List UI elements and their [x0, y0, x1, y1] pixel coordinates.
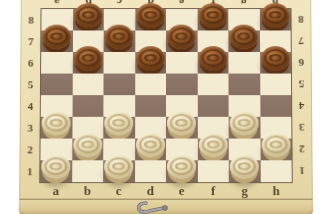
piece-light-e3[interactable]: ⛀ [167, 111, 196, 136]
square-c1[interactable]: ⛀ [103, 160, 134, 182]
rank-label: 1 [21, 160, 38, 182]
rank-label: 3 [293, 117, 310, 139]
file-label: b [72, 183, 104, 198]
piece-light-a1[interactable]: ⛀ [42, 154, 71, 179]
rank-label: 4 [293, 95, 310, 117]
square-f2[interactable]: ⛀ [197, 139, 228, 161]
square-a7[interactable]: ⛂ [41, 30, 72, 52]
square-b8[interactable]: ⛂ [73, 9, 104, 30]
rank-label: 5 [22, 74, 39, 96]
file-label: g [228, 0, 259, 7]
rank-label: 4 [22, 95, 39, 117]
square-d4[interactable] [135, 95, 166, 117]
piece-light-f2[interactable]: ⛀ [199, 133, 228, 158]
file-label: a [40, 183, 72, 198]
square-f4[interactable] [197, 95, 228, 117]
piece-dark-b6[interactable]: ⛂ [74, 46, 103, 70]
rank-label: 2 [293, 139, 310, 161]
file-label: h [260, 183, 292, 198]
rank-label: 7 [22, 30, 39, 52]
file-label: e [166, 0, 197, 7]
square-e5[interactable] [166, 74, 197, 96]
rank-label: 3 [22, 117, 39, 139]
square-a3[interactable]: ⛀ [41, 117, 72, 139]
piece-dark-e7[interactable]: ⛂ [167, 25, 196, 49]
piece-light-h2[interactable]: ⛀ [261, 133, 290, 158]
piece-dark-h6[interactable]: ⛂ [261, 46, 290, 70]
piece-dark-c7[interactable]: ⛂ [105, 25, 134, 49]
square-e1[interactable]: ⛀ [166, 160, 197, 182]
square-a5[interactable] [41, 74, 72, 96]
square-a6[interactable] [41, 52, 72, 74]
square-f1[interactable] [197, 160, 228, 182]
square-f8[interactable]: ⛂ [197, 9, 228, 30]
square-b4[interactable] [72, 95, 103, 117]
clasp-hook-icon [137, 201, 177, 214]
file-label: a [42, 0, 73, 7]
square-d5[interactable] [135, 74, 166, 96]
square-f5[interactable] [197, 74, 228, 96]
file-label: d [135, 183, 166, 198]
file-label: c [104, 0, 135, 7]
piece-dark-b8[interactable]: ⛂ [74, 3, 103, 27]
file-label: f [197, 183, 228, 198]
rank-label: 2 [21, 139, 38, 161]
square-h6[interactable]: ⛂ [260, 52, 291, 74]
piece-dark-g7[interactable]: ⛂ [230, 25, 259, 49]
square-c3[interactable]: ⛀ [103, 117, 134, 139]
rank-labels-left: 87654321 [21, 9, 39, 182]
piece-light-g1[interactable]: ⛀ [230, 154, 259, 179]
square-b1[interactable] [72, 160, 104, 182]
square-h4[interactable] [260, 95, 291, 117]
piece-light-d2[interactable]: ⛀ [136, 133, 165, 158]
file-label: e [166, 183, 197, 198]
rank-label: 6 [22, 52, 39, 74]
rank-labels-right: 87654321 [292, 9, 310, 182]
square-h5[interactable] [260, 74, 291, 96]
board-frame: abcdefgh abcdefgh 87654321 87654321 ⛂⛂⛂⛂… [19, 0, 313, 199]
rank-label: 1 [294, 160, 311, 182]
piece-light-e1[interactable]: ⛀ [167, 154, 196, 179]
square-e7[interactable]: ⛂ [166, 30, 197, 52]
square-g3[interactable]: ⛀ [229, 117, 260, 139]
rank-label: 8 [292, 9, 309, 30]
piece-dark-f6[interactable]: ⛂ [198, 46, 227, 70]
piece-light-c1[interactable]: ⛀ [104, 154, 133, 179]
square-e6[interactable] [166, 52, 197, 74]
piece-dark-a7[interactable]: ⛂ [42, 25, 71, 49]
square-g6[interactable] [228, 52, 259, 74]
piece-dark-h8[interactable]: ⛂ [261, 3, 290, 27]
square-c7[interactable]: ⛂ [104, 30, 135, 52]
square-h8[interactable]: ⛂ [259, 9, 290, 30]
rank-label: 6 [293, 52, 310, 74]
square-d8[interactable]: ⛂ [135, 9, 166, 30]
checkers-set-photo: abcdefgh abcdefgh 87654321 87654321 ⛂⛂⛂⛂… [0, 0, 332, 214]
square-h1[interactable] [260, 160, 292, 182]
rank-label: 8 [23, 9, 40, 30]
rank-label: 7 [293, 30, 310, 52]
square-b5[interactable] [72, 74, 103, 96]
rank-label: 5 [293, 74, 310, 96]
file-label: c [103, 183, 134, 198]
piece-dark-d6[interactable]: ⛂ [136, 46, 165, 70]
square-g5[interactable] [228, 74, 259, 96]
square-e3[interactable]: ⛀ [166, 117, 197, 139]
piece-dark-d8[interactable]: ⛂ [136, 3, 165, 27]
board-field: ⛂⛂⛂⛂⛂⛂⛂⛂⛂⛂⛂⛂⛀⛀⛀⛀⛀⛀⛀⛀⛀⛀⛀⛀ [39, 8, 293, 183]
square-c5[interactable] [103, 74, 134, 96]
square-c6[interactable] [104, 52, 135, 74]
square-d1[interactable] [135, 160, 166, 182]
square-a1[interactable]: ⛀ [40, 160, 72, 182]
piece-light-c3[interactable]: ⛀ [105, 111, 134, 136]
square-d2[interactable]: ⛀ [135, 139, 166, 161]
piece-light-b2[interactable]: ⛀ [73, 133, 102, 158]
piece-dark-f8[interactable]: ⛂ [198, 3, 227, 27]
board-front-edge [19, 199, 313, 214]
checkers-board: abcdefgh abcdefgh 87654321 87654321 ⛂⛂⛂⛂… [19, 0, 313, 214]
piece-light-a3[interactable]: ⛀ [42, 111, 71, 136]
square-g1[interactable]: ⛀ [229, 160, 261, 182]
square-f6[interactable]: ⛂ [197, 52, 228, 74]
piece-light-g3[interactable]: ⛀ [230, 111, 259, 136]
square-b6[interactable]: ⛂ [72, 52, 103, 74]
square-g7[interactable]: ⛂ [228, 30, 259, 52]
square-d6[interactable]: ⛂ [135, 52, 166, 74]
square-b2[interactable]: ⛀ [72, 139, 103, 161]
file-labels-bottom: abcdefgh [40, 183, 292, 198]
file-label: g [229, 183, 261, 198]
square-h2[interactable]: ⛀ [260, 139, 292, 161]
